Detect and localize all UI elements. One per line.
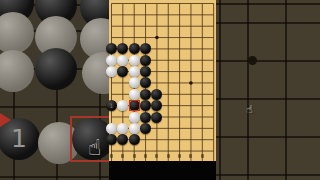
bg-star-point bbox=[248, 56, 257, 65]
bg-grid-line bbox=[216, 98, 320, 100]
bg-black-stone bbox=[35, 48, 77, 90]
black-stone[interactable] bbox=[140, 123, 151, 134]
bg-grid-line bbox=[216, 60, 320, 62]
coordinate-mark bbox=[178, 154, 181, 158]
bg-grid-line bbox=[216, 3, 320, 5]
hand-cursor-icon: ☝ bbox=[246, 103, 253, 116]
black-stone[interactable] bbox=[140, 55, 151, 66]
go-board[interactable]: 1☝ bbox=[109, 0, 216, 180]
bottom-letterbox-bar bbox=[109, 161, 216, 180]
coordinate-mark bbox=[110, 154, 113, 158]
coordinate-mark bbox=[144, 154, 147, 158]
move-number-label: 1 bbox=[106, 100, 117, 111]
background-board-surface-right bbox=[216, 0, 320, 180]
bg-grid-line bbox=[247, 0, 249, 180]
white-stone[interactable] bbox=[129, 112, 140, 123]
coordinate-mark bbox=[201, 154, 204, 158]
coordinate-mark bbox=[167, 154, 170, 158]
black-stone[interactable] bbox=[151, 112, 162, 123]
bg-grid-line bbox=[216, 174, 320, 176]
bg-red-triangle-marker bbox=[0, 113, 11, 127]
bg-grid-line bbox=[219, 0, 221, 180]
black-stone[interactable] bbox=[140, 89, 151, 100]
star-point bbox=[155, 36, 159, 40]
coordinate-mark bbox=[121, 154, 124, 158]
star-point bbox=[189, 81, 193, 85]
last-move-marker bbox=[129, 100, 140, 111]
white-stone[interactable] bbox=[106, 55, 117, 66]
bg-grid-line bbox=[216, 22, 320, 24]
bg-grid-line bbox=[216, 136, 320, 138]
background-board-left: 1☝ bbox=[0, 0, 109, 180]
white-stone[interactable] bbox=[106, 123, 117, 134]
video-frame: 1☝ 1☝ bbox=[0, 0, 320, 180]
white-stone[interactable] bbox=[129, 66, 140, 77]
bg-grid-line bbox=[0, 176, 109, 178]
bg-grid-line bbox=[285, 0, 287, 180]
bg-hand-cursor-icon: ☝ bbox=[88, 135, 101, 160]
black-stone[interactable] bbox=[140, 112, 151, 123]
black-stone[interactable] bbox=[129, 134, 140, 145]
coordinate-mark bbox=[133, 154, 136, 158]
white-stone[interactable] bbox=[129, 123, 140, 134]
background-board-right bbox=[216, 0, 320, 180]
white-stone[interactable] bbox=[129, 89, 140, 100]
bg-grid-line bbox=[0, 106, 109, 108]
white-stone[interactable] bbox=[129, 55, 140, 66]
